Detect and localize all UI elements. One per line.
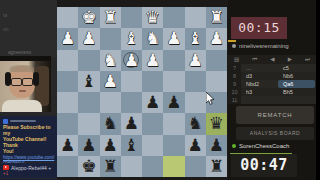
black-queen[interactable]: ♛ [206,113,227,134]
black-rook[interactable]: ♜ [100,156,121,177]
square-h6[interactable] [57,113,78,134]
subscribe-text: YouTube Channel! Thank [3,137,55,148]
square-g7[interactable]: ♟ [78,135,99,156]
chat-area: ta on agreeness [0,0,57,57]
opponent-player-row[interactable]: ninelivesremaining [232,43,289,49]
square-b1[interactable] [185,7,206,28]
square-g2[interactable]: ♟ [78,28,99,49]
webcam-feed [0,56,51,112]
square-d3[interactable]: ♟ [142,50,163,71]
square-b2[interactable]: ♝ [185,28,206,49]
rematch-button[interactable]: REMATCH [236,106,314,124]
black-knight[interactable]: ♞ [100,113,121,134]
last-move-icon[interactable]: ⏭ [305,55,310,64]
webcam-top-bar [0,56,51,61]
square-f8[interactable]: ♜ [100,156,121,177]
left-panel: ta on agreeness Please Subscribe to my Y… [0,0,57,180]
move-number: 11 [228,96,241,104]
menu-icon[interactable]: ▤ [234,55,239,64]
streamer-player-row[interactable]: SorenChessCoach [232,143,289,149]
mouse-cursor-icon [206,92,215,105]
square-c4[interactable] [163,71,184,92]
square-f1[interactable]: ♜ [100,7,121,28]
square-e2[interactable]: ♝ [121,28,142,49]
square-d1[interactable]: ♛ [142,7,163,28]
white-move[interactable]: … [241,64,278,72]
white-move[interactable]: Nbd2 [241,80,278,88]
streamer-name: SorenChessCoach [239,143,289,149]
move-row: 9Nbd2Qa6 [228,80,316,88]
opponent-clock: 00:15 [231,17,287,39]
shirt [2,100,42,112]
move-number: 10 [228,88,241,96]
black-knight[interactable]: ♞ [185,113,206,134]
square-e7[interactable]: ♝ [121,135,142,156]
white-move[interactable]: h3 [241,88,278,96]
square-a3[interactable] [206,50,227,71]
square-f3[interactable]: ♞ [100,50,121,71]
square-f5[interactable] [100,92,121,113]
square-b5[interactable] [185,92,206,113]
square-b4[interactable] [185,71,206,92]
white-rook[interactable]: ♜ [100,7,121,28]
black-bishop[interactable]: ♝ [121,135,142,156]
mouth [19,90,26,92]
black-pawn[interactable]: ♟ [206,135,227,156]
letterbox-strip [316,0,320,180]
white-king[interactable]: ♚ [78,7,99,28]
move-row: 10h3Bh5 [228,88,316,96]
white-queen[interactable]: ♛ [142,7,163,28]
square-f6[interactable]: ♞ [100,113,121,134]
black-pawn[interactable]: ♟ [121,113,142,134]
move-nav-toolbar: ▤⏮◀▶⏭ [228,55,316,64]
square-e3[interactable]: ♟ [121,50,142,71]
white-rook[interactable]: ♜ [206,7,227,28]
prev-move-icon[interactable]: ◀ [270,55,274,64]
move-number: 7 [228,64,241,72]
black-pawn[interactable]: ♟ [142,92,163,113]
board-frame: ♚♜♛♜♟♟♝♞♟♝♟♞♟♟♟♝♟♟♟♞♟♞♛♟♟♟♝♟♟♚♜♜ [57,0,228,180]
square-f7[interactable]: ♟ [100,135,121,156]
square-g8[interactable]: ♚ [78,156,99,177]
streamer-hair [10,65,34,72]
square-d4[interactable] [142,71,163,92]
black-pawn[interactable]: ♟ [185,135,206,156]
white-knight[interactable]: ♞ [142,28,163,49]
square-e5[interactable] [121,92,142,113]
square-h4[interactable] [57,71,78,92]
next-move-icon[interactable]: ▶ [288,55,292,64]
first-move-icon[interactable]: ⏮ [252,55,257,64]
subscribe-alert-box: Please Subscribe to my YouTube Channel! … [0,116,57,162]
white-pawn[interactable]: ♟ [163,28,184,49]
square-b3[interactable]: ♟ [185,50,206,71]
black-pawn[interactable]: ♟ [100,135,121,156]
black-bishop[interactable]: ♝ [78,71,99,92]
square-c6[interactable] [163,113,184,134]
square-g3[interactable] [78,50,99,71]
subscribe-text: Please Subscribe to my [3,125,55,136]
square-h1[interactable] [57,7,78,28]
square-d5[interactable]: ♟ [142,92,163,113]
square-e8[interactable] [121,156,142,177]
member-name: Aleppo-Rebel44 + [11,165,51,171]
square-e6[interactable]: ♟ [121,113,142,134]
streamer-clock: 00:47 [231,154,297,177]
black-move[interactable] [278,96,315,104]
opponent-name: ninelivesremaining [239,43,289,49]
square-c5[interactable]: ♟ [163,92,184,113]
white-pawn[interactable]: ♟ [121,50,142,71]
square-h7[interactable]: ♟ [57,135,78,156]
alert-box-edge [0,179,57,180]
white-pawn[interactable]: ♟ [57,28,78,49]
member-detail: +1 [3,171,55,176]
black-pawn[interactable]: ♟ [163,92,184,113]
chat-message: on [3,27,9,32]
black-move[interactable]: Qa6 [278,80,315,88]
move-row: 11 [228,96,316,104]
square-h8[interactable] [57,156,78,177]
square-h3[interactable] [57,50,78,71]
black-move[interactable]: c5 [278,64,315,72]
black-pawn[interactable]: ♟ [78,135,99,156]
youtube-icon [3,165,9,170]
square-g1[interactable]: ♚ [78,7,99,28]
member-alert-box: Aleppo-Rebel44 + +1 [0,163,57,178]
white-pawn[interactable]: ♟ [78,28,99,49]
move-number: 8 [228,72,241,80]
black-pawn[interactable]: ♟ [57,135,78,156]
square-b6[interactable]: ♞ [185,113,206,134]
square-g5[interactable] [78,92,99,113]
square-g4[interactable]: ♝ [78,71,99,92]
square-c1[interactable] [163,7,184,28]
white-pawn[interactable]: ♟ [142,50,163,71]
stream-frame: ta on agreeness Please Subscribe to my Y… [0,0,320,180]
alert-header-text [10,120,36,122]
square-a8[interactable]: ♜ [206,156,227,177]
alert-app-icon [3,119,8,124]
square-h2[interactable]: ♟ [57,28,78,49]
channel-link[interactable]: https://www.youtube.com/ [3,155,55,160]
game-sidebar: 00:15 ninelivesremaining ▤⏮◀▶⏭ 7…c58d3Nb… [228,0,316,180]
square-f4[interactable]: ♟ [100,71,121,92]
square-c2[interactable]: ♟ [163,28,184,49]
square-c7[interactable] [163,135,184,156]
square-a4[interactable] [206,71,227,92]
square-e4[interactable] [121,71,142,92]
white-bishop[interactable]: ♝ [121,28,142,49]
white-knight[interactable]: ♞ [100,50,121,71]
square-f2[interactable] [100,28,121,49]
move-row: 7…c5 [228,64,316,72]
chess-board[interactable]: ♚♜♛♜♟♟♝♞♟♝♟♞♟♟♟♝♟♟♟♞♟♞♛♟♟♟♝♟♟♚♜♜ [57,7,227,177]
black-king[interactable]: ♚ [78,156,99,177]
square-d7[interactable] [142,135,163,156]
black-move[interactable]: Nb6 [278,72,315,80]
white-move[interactable]: d3 [241,72,278,80]
move-row: 8d3Nb6 [228,72,316,80]
white-pawn[interactable]: ♟ [185,50,206,71]
analysis-board-button[interactable]: ANALYSIS BOARD [236,127,314,140]
square-e1[interactable] [121,7,142,28]
gold-dash [228,40,236,42]
white-move[interactable] [241,96,278,104]
black-move[interactable]: Bh5 [278,88,315,96]
square-b7[interactable]: ♟ [185,135,206,156]
move-number: 9 [228,80,241,88]
square-b8[interactable] [185,156,206,177]
online-dot-icon [232,144,236,148]
square-c3[interactable] [163,50,184,71]
glasses [11,78,33,84]
white-bishop[interactable]: ♝ [185,28,206,49]
chat-message: agreeness [8,50,31,55]
square-d2[interactable]: ♞ [142,28,163,49]
black-rook[interactable]: ♜ [206,156,227,177]
white-pawn[interactable]: ♟ [206,28,227,49]
square-a6[interactable]: ♛ [206,113,227,134]
square-a7[interactable]: ♟ [206,135,227,156]
status-dot-icon [232,44,236,48]
square-d6[interactable] [142,113,163,134]
chat-message: ta [3,13,7,18]
move-list: 7…c58d3Nb69Nbd2Qa610h3Bh511 [228,64,316,104]
square-a1[interactable]: ♜ [206,7,227,28]
white-pawn[interactable]: ♟ [100,71,121,92]
square-d8[interactable] [142,156,163,177]
square-c8[interactable] [163,156,184,177]
headphone-right [33,72,39,86]
square-g6[interactable] [78,113,99,134]
square-h5[interactable] [57,92,78,113]
square-a2[interactable]: ♟ [206,28,227,49]
